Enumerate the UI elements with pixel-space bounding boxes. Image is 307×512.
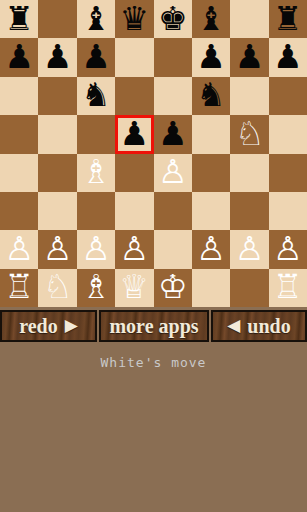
more-apps-label: more apps bbox=[109, 315, 198, 338]
square-f6[interactable]: ♞ bbox=[192, 77, 230, 115]
white-pawn-piece: ♙ bbox=[158, 155, 188, 188]
square-h5[interactable] bbox=[269, 115, 307, 153]
square-d5[interactable]: ♟ bbox=[115, 115, 153, 153]
black-rook-piece: ♜ bbox=[4, 2, 34, 35]
black-pawn-piece: ♟ bbox=[273, 40, 303, 73]
square-c7[interactable]: ♟ bbox=[77, 38, 115, 76]
black-knight-piece: ♞ bbox=[196, 78, 226, 111]
square-b8[interactable] bbox=[38, 0, 76, 38]
black-rook-piece: ♜ bbox=[273, 2, 303, 35]
square-b5[interactable] bbox=[38, 115, 76, 153]
square-d3[interactable] bbox=[115, 192, 153, 230]
square-h6[interactable] bbox=[269, 77, 307, 115]
square-f8[interactable]: ♝ bbox=[192, 0, 230, 38]
redo-button[interactable]: redo ▶ bbox=[0, 310, 97, 342]
square-g1[interactable] bbox=[230, 269, 268, 307]
square-h2[interactable]: ♙ bbox=[269, 230, 307, 268]
black-pawn-piece: ♟ bbox=[235, 40, 265, 73]
square-b7[interactable]: ♟ bbox=[38, 38, 76, 76]
square-f5[interactable] bbox=[192, 115, 230, 153]
black-king-piece: ♚ bbox=[158, 2, 188, 35]
redo-arrow-icon: ▶ bbox=[65, 315, 78, 335]
redo-label: redo bbox=[19, 315, 58, 338]
white-bishop-piece: ♗ bbox=[81, 270, 111, 303]
square-c5[interactable] bbox=[77, 115, 115, 153]
square-g5[interactable]: ♘ bbox=[230, 115, 268, 153]
undo-label: undo bbox=[247, 315, 290, 338]
toolbar: redo ▶ more apps ◀ undo bbox=[0, 310, 307, 342]
black-bishop-piece: ♝ bbox=[196, 2, 226, 35]
square-a4[interactable] bbox=[0, 154, 38, 192]
white-king-piece: ♔ bbox=[158, 270, 188, 303]
square-c4[interactable]: ♗ bbox=[77, 154, 115, 192]
square-a5[interactable] bbox=[0, 115, 38, 153]
square-a8[interactable]: ♜ bbox=[0, 0, 38, 38]
square-f2[interactable]: ♙ bbox=[192, 230, 230, 268]
square-a6[interactable] bbox=[0, 77, 38, 115]
square-c3[interactable] bbox=[77, 192, 115, 230]
square-e2[interactable] bbox=[154, 230, 192, 268]
square-b3[interactable] bbox=[38, 192, 76, 230]
square-d2[interactable]: ♙ bbox=[115, 230, 153, 268]
square-f7[interactable]: ♟ bbox=[192, 38, 230, 76]
black-queen-piece: ♛ bbox=[120, 2, 150, 35]
white-pawn-piece: ♙ bbox=[81, 232, 111, 265]
square-e4[interactable]: ♙ bbox=[154, 154, 192, 192]
black-pawn-piece: ♟ bbox=[4, 40, 34, 73]
square-e6[interactable] bbox=[154, 77, 192, 115]
square-c8[interactable]: ♝ bbox=[77, 0, 115, 38]
square-a1[interactable]: ♖ bbox=[0, 269, 38, 307]
square-h3[interactable] bbox=[269, 192, 307, 230]
black-pawn-piece: ♟ bbox=[43, 40, 73, 73]
square-d7[interactable] bbox=[115, 38, 153, 76]
square-a2[interactable]: ♙ bbox=[0, 230, 38, 268]
square-c1[interactable]: ♗ bbox=[77, 269, 115, 307]
square-e1[interactable]: ♔ bbox=[154, 269, 192, 307]
chess-board: ♜♝♛♚♝♜♟♟♟♟♟♟♞♞♟♟♘♗♙♙♙♙♙♙♙♙♖♘♗♕♔♖ bbox=[0, 0, 307, 307]
square-g2[interactable]: ♙ bbox=[230, 230, 268, 268]
square-b1[interactable]: ♘ bbox=[38, 269, 76, 307]
black-bishop-piece: ♝ bbox=[81, 2, 111, 35]
square-h4[interactable] bbox=[269, 154, 307, 192]
square-a3[interactable] bbox=[0, 192, 38, 230]
more-apps-button[interactable]: more apps bbox=[99, 310, 209, 342]
white-rook-piece: ♖ bbox=[4, 270, 34, 303]
white-pawn-piece: ♙ bbox=[4, 232, 34, 265]
square-d1[interactable]: ♕ bbox=[115, 269, 153, 307]
undo-arrow-icon: ◀ bbox=[227, 315, 240, 335]
square-e5[interactable]: ♟ bbox=[154, 115, 192, 153]
black-pawn-piece: ♟ bbox=[158, 117, 188, 150]
white-queen-piece: ♕ bbox=[120, 270, 150, 303]
square-b2[interactable]: ♙ bbox=[38, 230, 76, 268]
white-pawn-piece: ♙ bbox=[235, 232, 265, 265]
square-a7[interactable]: ♟ bbox=[0, 38, 38, 76]
square-h7[interactable]: ♟ bbox=[269, 38, 307, 76]
white-bishop-piece: ♗ bbox=[81, 155, 111, 188]
square-f4[interactable] bbox=[192, 154, 230, 192]
square-c6[interactable]: ♞ bbox=[77, 77, 115, 115]
square-f1[interactable] bbox=[192, 269, 230, 307]
square-g6[interactable] bbox=[230, 77, 268, 115]
square-e3[interactable] bbox=[154, 192, 192, 230]
square-d4[interactable] bbox=[115, 154, 153, 192]
white-knight-piece: ♘ bbox=[235, 117, 265, 150]
status-text: White's move bbox=[0, 355, 307, 370]
white-pawn-piece: ♙ bbox=[120, 232, 150, 265]
square-f3[interactable] bbox=[192, 192, 230, 230]
black-pawn-piece: ♟ bbox=[196, 40, 226, 73]
square-b6[interactable] bbox=[38, 77, 76, 115]
square-h1[interactable]: ♖ bbox=[269, 269, 307, 307]
square-d6[interactable] bbox=[115, 77, 153, 115]
square-b4[interactable] bbox=[38, 154, 76, 192]
undo-button[interactable]: ◀ undo bbox=[211, 310, 307, 342]
square-c2[interactable]: ♙ bbox=[77, 230, 115, 268]
square-g3[interactable] bbox=[230, 192, 268, 230]
white-pawn-piece: ♙ bbox=[43, 232, 73, 265]
square-h8[interactable]: ♜ bbox=[269, 0, 307, 38]
black-pawn-piece: ♟ bbox=[81, 40, 111, 73]
white-pawn-piece: ♙ bbox=[273, 232, 303, 265]
white-rook-piece: ♖ bbox=[273, 270, 303, 303]
square-g4[interactable] bbox=[230, 154, 268, 192]
square-g7[interactable]: ♟ bbox=[230, 38, 268, 76]
square-e7[interactable] bbox=[154, 38, 192, 76]
square-d8[interactable]: ♛ bbox=[115, 0, 153, 38]
black-knight-piece: ♞ bbox=[81, 78, 111, 111]
white-pawn-piece: ♙ bbox=[196, 232, 226, 265]
square-e8[interactable]: ♚ bbox=[154, 0, 192, 38]
white-knight-piece: ♘ bbox=[43, 270, 73, 303]
square-g8[interactable] bbox=[230, 0, 268, 38]
black-pawn-piece: ♟ bbox=[120, 117, 150, 150]
